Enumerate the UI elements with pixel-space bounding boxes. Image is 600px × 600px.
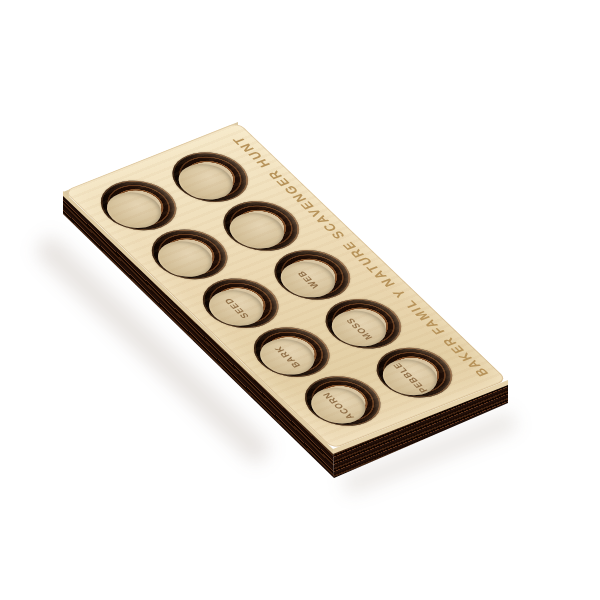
pit-a5-floor: PEBBLE	[372, 353, 448, 401]
pit-a2-floor	[219, 206, 295, 254]
product-photo-stage: BAKER FAMIL Y NATURE SCAVENGER HUNT WEB …	[0, 0, 600, 600]
pit-label: WEB	[295, 270, 321, 290]
pit-b2-floor	[147, 235, 223, 283]
pit-a3-floor: WEB	[270, 255, 346, 303]
pit-b3-floor: SEED	[198, 284, 274, 332]
pit-label: PEBBLE	[390, 361, 430, 394]
pit-b5-floor: ACORN	[300, 381, 376, 429]
scavenger-hunt-board: BAKER FAMIL Y NATURE SCAVENGER HUNT WEB …	[64, 122, 508, 449]
pit-b1-floor	[96, 186, 172, 234]
pit-label: BARK	[272, 345, 303, 369]
pit-label: SEED	[221, 296, 251, 319]
pit-a4-floor: MOSS	[321, 304, 397, 352]
pit-label: ACORN	[320, 391, 356, 421]
pit-b4-floor: BARK	[249, 333, 325, 381]
pit-label: MOSS	[343, 316, 374, 340]
pit-a1-floor	[168, 158, 244, 206]
